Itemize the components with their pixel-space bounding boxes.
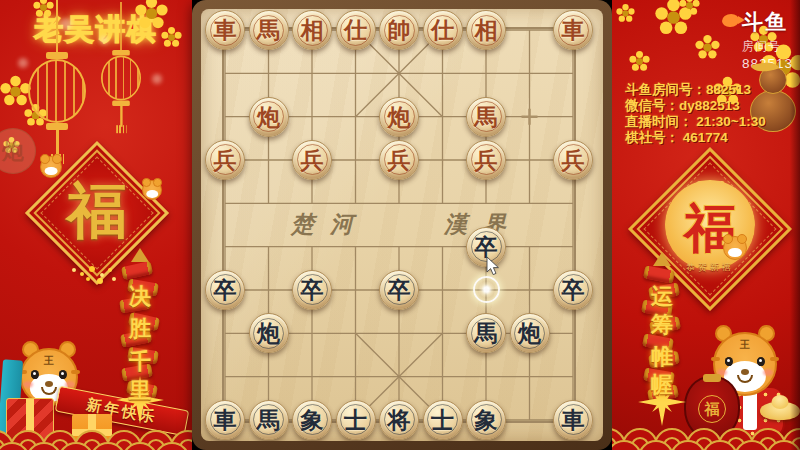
- slogan-char: 帷: [634, 342, 690, 372]
- piece-red-炮[interactable]: 炮: [249, 97, 289, 137]
- bokeh-dot: [60, 18, 72, 30]
- piece-red-馬[interactable]: 馬: [466, 97, 506, 137]
- left-decor-panel: 老吴讲棋 炮 福: [0, 0, 192, 450]
- blossom-icon: [146, 8, 157, 19]
- piece-black-士[interactable]: 士: [336, 400, 376, 440]
- slogan-char: 千: [112, 347, 168, 377]
- blossom-icon: [686, 2, 693, 9]
- piece-red-兵[interactable]: 兵: [292, 140, 332, 180]
- info-chess-club-number: 棋社号： 461774: [625, 130, 797, 146]
- piece-red-帥[interactable]: 帥: [379, 10, 419, 50]
- piece-black-馬[interactable]: 馬: [466, 313, 506, 353]
- blossom-icon: [636, 58, 643, 65]
- piece-black-卒[interactable]: 卒: [379, 270, 419, 310]
- piece-red-仕[interactable]: 仕: [336, 10, 376, 50]
- firecracker-left: 决 胜 千 里: [112, 248, 168, 433]
- piece-red-兵[interactable]: 兵: [205, 140, 245, 180]
- piece-red-馬[interactable]: 馬: [249, 10, 289, 50]
- piece-red-仕[interactable]: 仕: [423, 10, 463, 50]
- douyu-fish-icon: [722, 14, 739, 27]
- piece-black-卒[interactable]: 卒: [292, 270, 332, 310]
- stream-screen: 老吴讲棋 炮 福: [0, 0, 800, 450]
- slogan-char: 运: [634, 282, 690, 312]
- tiger-cub-icon: [142, 180, 162, 200]
- tiger-cub-icon: [723, 236, 747, 260]
- watermark-label: 房间号: [742, 38, 793, 55]
- blossom-icon: [10, 86, 21, 97]
- watermark-brand: 斗鱼: [742, 8, 793, 36]
- tiger-cub-icon: [40, 156, 62, 178]
- sparkle-dots: [72, 268, 76, 272]
- blossom-icon: [40, 4, 47, 11]
- fu-character: 福: [49, 171, 145, 252]
- firecracker-right: 运 筹 帷 幄: [634, 252, 690, 432]
- piece-black-士[interactable]: 士: [423, 400, 463, 440]
- slogan-char: 筹: [634, 310, 690, 340]
- piece-black-卒[interactable]: 卒: [205, 270, 245, 310]
- info-room-number: 斗鱼房间号：882513: [625, 82, 797, 98]
- lantern-icon: [28, 52, 86, 156]
- board-surface[interactable]: 楚河 漢界 車馬相仕帥仕相車炮炮馬兵兵兵兵兵卒卒卒卒卒炮馬炮車馬象士将士象車: [201, 9, 603, 441]
- blossom-icon: [667, 11, 680, 24]
- piece-black-炮[interactable]: 炮: [510, 313, 550, 353]
- piece-black-象[interactable]: 象: [292, 400, 332, 440]
- piece-red-兵[interactable]: 兵: [553, 140, 593, 180]
- blossom-icon: [168, 34, 175, 41]
- piece-red-相[interactable]: 相: [466, 10, 506, 50]
- slogan-char: 决: [112, 282, 168, 312]
- piece-red-相[interactable]: 相: [292, 10, 332, 50]
- right-decor-panel: 斗鱼 房间号 882513 斗鱼房间号：882513 微信号：dy882513 …: [612, 0, 800, 450]
- piece-red-兵[interactable]: 兵: [466, 140, 506, 180]
- piece-red-炮[interactable]: 炮: [379, 97, 419, 137]
- info-broadcast-time: 直播时间： 21:30~1:30: [625, 114, 797, 130]
- slogan-char: 幄: [634, 370, 690, 400]
- cannon-point-marker: [522, 109, 538, 125]
- piece-black-将[interactable]: 将: [379, 400, 419, 440]
- piece-black-炮[interactable]: 炮: [249, 313, 289, 353]
- piece-black-卒[interactable]: 卒: [553, 270, 593, 310]
- lantern-icon: [101, 50, 141, 127]
- bokeh-dot: [100, 36, 108, 44]
- board-grid: [201, 9, 603, 441]
- wave-pattern: [612, 418, 800, 450]
- river-text-left: 楚河: [291, 209, 369, 240]
- mouse-cursor: [486, 257, 502, 277]
- piece-red-兵[interactable]: 兵: [379, 140, 419, 180]
- slogan-char: 里: [112, 376, 168, 406]
- piece-black-車[interactable]: 車: [553, 400, 593, 440]
- piece-red-車[interactable]: 車: [205, 10, 245, 50]
- bokeh-dot: [18, 58, 28, 68]
- blossom-icon: [622, 10, 628, 16]
- slogan-char: 胜: [112, 314, 168, 344]
- xiangqi-board[interactable]: 楚河 漢界 車馬相仕帥仕相車炮炮馬兵兵兵兵兵卒卒卒卒卒炮馬炮車馬象士将士象車: [192, 0, 612, 450]
- piece-black-車[interactable]: 車: [205, 400, 245, 440]
- piece-black-馬[interactable]: 馬: [249, 400, 289, 440]
- blossom-icon: [703, 43, 711, 51]
- piece-red-車[interactable]: 車: [553, 10, 593, 50]
- bokeh-dot: [152, 74, 162, 84]
- last-move-marker: [473, 276, 500, 303]
- piece-black-象[interactable]: 象: [466, 400, 506, 440]
- info-wechat: 微信号：dy882513: [625, 98, 797, 114]
- wave-pattern: [0, 418, 192, 450]
- stream-info: 斗鱼房间号：882513 微信号：dy882513 直播时间： 21:30~1:…: [625, 82, 797, 146]
